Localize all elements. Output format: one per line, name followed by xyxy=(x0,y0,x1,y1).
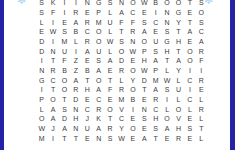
grid-cell-r13c2[interactable]: A xyxy=(59,124,70,134)
grid-cell-r5c0[interactable]: D xyxy=(36,46,47,56)
grid-cell-r5c4[interactable]: A xyxy=(82,46,93,56)
grid-cell-r1c2[interactable]: I xyxy=(59,8,70,18)
grid-cell-r0c5[interactable]: G xyxy=(93,0,104,8)
grid-cell-r14c6[interactable]: S xyxy=(104,133,115,143)
grid-cell-r4c5[interactable]: O xyxy=(93,37,104,47)
grid-cell-r13c6[interactable]: R xyxy=(104,124,115,134)
grid-cell-r10c11[interactable]: I xyxy=(161,95,172,105)
grid-cell-r14c7[interactable]: W xyxy=(116,133,127,143)
grid-cell-r1c0[interactable]: S xyxy=(36,8,47,18)
grid-cell-r12c9[interactable]: S xyxy=(139,114,150,124)
grid-cell-r14c14[interactable]: L xyxy=(196,133,207,143)
grid-cell-r7c14[interactable]: I xyxy=(196,66,207,76)
grid-cell-r11c13[interactable]: L xyxy=(184,104,195,114)
grid-cell-r2c8[interactable]: F xyxy=(127,17,138,27)
grid-cell-r14c12[interactable]: R xyxy=(173,133,184,143)
grid-cell-r6c14[interactable]: F xyxy=(196,56,207,66)
grid-cell-r10c2[interactable]: T xyxy=(59,95,70,105)
grid-cell-r8c14[interactable]: R xyxy=(196,75,207,85)
grid-cell-r10c3[interactable]: D xyxy=(70,95,81,105)
grid-cell-r9c7[interactable]: R xyxy=(116,85,127,95)
grid-cell-r7c9[interactable]: W xyxy=(139,66,150,76)
grid-cell-r11c6[interactable]: O xyxy=(104,104,115,114)
grid-cell-r4c2[interactable]: M xyxy=(59,37,70,47)
grid-cell-r5c11[interactable]: H xyxy=(161,46,172,56)
grid-cell-r0c7[interactable]: N xyxy=(116,0,127,8)
grid-cell-r0c9[interactable]: W xyxy=(139,0,150,8)
grid-cell-r0c10[interactable]: B xyxy=(150,0,161,8)
grid-cell-r13c5[interactable]: A xyxy=(93,124,104,134)
grid-cell-r5c6[interactable]: L xyxy=(104,46,115,56)
grid-cell-r5c2[interactable]: U xyxy=(59,46,70,56)
grid-cell-r6c11[interactable]: T xyxy=(161,56,172,66)
grid-cell-r4c13[interactable]: E xyxy=(184,37,195,47)
grid-cell-r11c3[interactable]: N xyxy=(70,104,81,114)
grid-cell-r2c5[interactable]: M xyxy=(93,17,104,27)
grid-cell-r7c2[interactable]: B xyxy=(59,66,70,76)
grid-cell-r12c4[interactable]: J xyxy=(82,114,93,124)
grid-cell-r0c6[interactable]: S xyxy=(104,0,115,8)
grid-cell-r1c13[interactable]: E xyxy=(184,8,195,18)
grid-cell-r11c14[interactable]: R xyxy=(196,104,207,114)
grid-cell-r11c11[interactable]: L xyxy=(161,104,172,114)
grid-cell-r14c10[interactable]: T xyxy=(150,133,161,143)
grid-cell-r14c3[interactable]: T xyxy=(70,133,81,143)
grid-cell-r14c0[interactable]: M xyxy=(36,133,47,143)
grid-cell-r3c9[interactable]: A xyxy=(139,27,150,37)
grid-cell-r5c7[interactable]: O xyxy=(116,46,127,56)
grid-cell-r5c14[interactable]: R xyxy=(196,46,207,56)
grid-cell-r12c7[interactable]: C xyxy=(116,114,127,124)
grid-cell-r11c10[interactable]: C xyxy=(150,104,161,114)
grid-cell-r1c3[interactable]: R xyxy=(70,8,81,18)
grid-cell-r3c10[interactable]: E xyxy=(150,27,161,37)
grid-cell-r0c3[interactable]: I xyxy=(70,0,81,8)
grid-cell-r14c5[interactable]: N xyxy=(93,133,104,143)
grid-cell-r14c1[interactable]: I xyxy=(47,133,58,143)
grid-cell-r10c14[interactable]: L xyxy=(196,95,207,105)
grid-cell-r2c2[interactable]: E xyxy=(59,17,70,27)
grid-cell-r10c13[interactable]: C xyxy=(184,95,195,105)
grid-cell-r1c1[interactable]: F xyxy=(47,8,58,18)
grid-cell-r9c11[interactable]: S xyxy=(161,85,172,95)
grid-cell-r13c8[interactable]: O xyxy=(127,124,138,134)
grid-cell-r3c2[interactable]: S xyxy=(59,27,70,37)
grid-cell-r6c7[interactable]: D xyxy=(116,56,127,66)
grid-cell-r3c5[interactable]: O xyxy=(93,27,104,37)
grid-cell-r2c7[interactable]: F xyxy=(116,17,127,27)
grid-cell-r10c0[interactable]: P xyxy=(36,95,47,105)
grid-cell-r7c10[interactable]: P xyxy=(150,66,161,76)
grid-cell-r7c8[interactable]: O xyxy=(127,66,138,76)
grid-cell-r2c0[interactable]: L xyxy=(36,17,47,27)
grid-cell-r13c7[interactable]: Y xyxy=(116,124,127,134)
grid-cell-r11c12[interactable]: O xyxy=(173,104,184,114)
grid-cell-r4c10[interactable]: U xyxy=(150,37,161,47)
grid-cell-r14c13[interactable]: E xyxy=(184,133,195,143)
grid-cell-r2c1[interactable]: I xyxy=(47,17,58,27)
grid-cell-r2c9[interactable]: S xyxy=(139,17,150,27)
grid-cell-r8c5[interactable]: O xyxy=(93,75,104,85)
grid-cell-r0c4[interactable]: N xyxy=(82,0,93,8)
grid-cell-r13c9[interactable]: E xyxy=(139,124,150,134)
grid-cell-r4c1[interactable]: I xyxy=(47,37,58,47)
grid-cell-r7c12[interactable]: Y xyxy=(173,66,184,76)
grid-cell-r9c2[interactable]: O xyxy=(59,85,70,95)
grid-cell-r3c0[interactable]: E xyxy=(36,27,47,37)
grid-cell-r12c11[interactable]: O xyxy=(161,114,172,124)
grid-cell-r14c2[interactable]: T xyxy=(59,133,70,143)
grid-cell-r5c10[interactable]: S xyxy=(150,46,161,56)
grid-cell-r0c8[interactable]: O xyxy=(127,0,138,8)
grid-cell-r12c6[interactable]: T xyxy=(104,114,115,124)
grid-cell-r13c12[interactable]: H xyxy=(173,124,184,134)
grid-cell-r3c4[interactable]: C xyxy=(82,27,93,37)
grid-cell-r3c6[interactable]: L xyxy=(104,27,115,37)
grid-cell-r5c8[interactable]: W xyxy=(127,46,138,56)
grid-cell-r4c0[interactable]: D xyxy=(36,37,47,47)
grid-cell-r3c13[interactable]: A xyxy=(184,27,195,37)
grid-cell-r9c14[interactable]: E xyxy=(196,85,207,95)
grid-cell-r9c1[interactable]: T xyxy=(47,85,58,95)
grid-cell-r12c0[interactable]: O xyxy=(36,114,47,124)
grid-cell-r7c1[interactable]: R xyxy=(47,66,58,76)
grid-cell-r10c9[interactable]: E xyxy=(139,95,150,105)
grid-cell-r13c13[interactable]: S xyxy=(184,124,195,134)
grid-cell-r14c9[interactable]: A xyxy=(139,133,150,143)
grid-cell-r9c9[interactable]: T xyxy=(139,85,150,95)
grid-cell-r6c5[interactable]: S xyxy=(93,56,104,66)
grid-cell-r3c7[interactable]: T xyxy=(116,27,127,37)
grid-cell-r12c14[interactable]: L xyxy=(196,114,207,124)
grid-cell-r8c11[interactable]: W xyxy=(161,75,172,85)
grid-cell-r6c3[interactable]: Z xyxy=(70,56,81,66)
grid-cell-r4c4[interactable]: R xyxy=(82,37,93,47)
grid-cell-r12c5[interactable]: K xyxy=(93,114,104,124)
grid-cell-r4c8[interactable]: N xyxy=(127,37,138,47)
grid-cell-r1c10[interactable]: I xyxy=(150,8,161,18)
grid-cell-r0c0[interactable]: S xyxy=(36,0,47,8)
grid-cell-r10c8[interactable]: B xyxy=(127,95,138,105)
grid-cell-r13c0[interactable]: W xyxy=(36,124,47,134)
grid-cell-r14c11[interactable]: E xyxy=(161,133,172,143)
grid-cell-r8c1[interactable]: C xyxy=(47,75,58,85)
grid-cell-r10c12[interactable]: L xyxy=(173,95,184,105)
grid-cell-r1c11[interactable]: N xyxy=(161,8,172,18)
grid-cell-r4c14[interactable]: A xyxy=(196,37,207,47)
grid-cell-r8c10[interactable]: M xyxy=(150,75,161,85)
grid-cell-r9c13[interactable]: I xyxy=(184,85,195,95)
grid-cell-r2c13[interactable]: T xyxy=(184,17,195,27)
grid-cell-r7c11[interactable]: L xyxy=(161,66,172,76)
grid-cell-r12c13[interactable]: E xyxy=(184,114,195,124)
grid-cell-r12c2[interactable]: D xyxy=(59,114,70,124)
grid-cell-r7c5[interactable]: A xyxy=(93,66,104,76)
grid-cell-r9c5[interactable]: A xyxy=(93,85,104,95)
grid-cell-r2c6[interactable]: U xyxy=(104,17,115,27)
grid-cell-r10c10[interactable]: R xyxy=(150,95,161,105)
grid-cell-r8c7[interactable]: L xyxy=(116,75,127,85)
grid-cell-r3c1[interactable]: W xyxy=(47,27,58,37)
grid-cell-r3c12[interactable]: T xyxy=(173,27,184,37)
grid-cell-r9c6[interactable]: F xyxy=(104,85,115,95)
grid-cell-r6c6[interactable]: A xyxy=(104,56,115,66)
grid-cell-r3c8[interactable]: R xyxy=(127,27,138,37)
grid-cell-r8c4[interactable]: T xyxy=(82,75,93,85)
grid-cell-r8c0[interactable]: G xyxy=(36,75,47,85)
left-border xyxy=(0,0,4,150)
grid-cell-r13c11[interactable]: A xyxy=(161,124,172,134)
grid-cell-r12c1[interactable]: A xyxy=(47,114,58,124)
grid-cell-r1c14[interactable]: O xyxy=(196,8,207,18)
grid-cell-r5c13[interactable]: O xyxy=(184,46,195,56)
grid-cell-r0c13[interactable]: T xyxy=(184,0,195,8)
grid-cell-r11c8[interactable]: I xyxy=(127,104,138,114)
grid-cell-r13c10[interactable]: S xyxy=(150,124,161,134)
grid-cell-r9c12[interactable]: U xyxy=(173,85,184,95)
puzzle-frame: ❄ ❄ SKIINGSNOWBOOTSSFIREPLACEINGEOLIEARM… xyxy=(0,0,235,150)
grid-cell-r12c3[interactable]: H xyxy=(70,114,81,124)
grid-cell-r7c7[interactable]: R xyxy=(116,66,127,76)
grid-cell-r1c8[interactable]: C xyxy=(127,8,138,18)
grid-cell-r10c1[interactable]: O xyxy=(47,95,58,105)
grid-cell-r13c3[interactable]: N xyxy=(70,124,81,134)
grid-cell-r8c2[interactable]: O xyxy=(59,75,70,85)
grid-cell-r10c7[interactable]: M xyxy=(116,95,127,105)
grid-cell-r11c5[interactable]: R xyxy=(93,104,104,114)
grid-cell-r9c4[interactable]: H xyxy=(82,85,93,95)
grid-cell-r13c14[interactable]: T xyxy=(196,124,207,134)
grid-cell-r4c3[interactable]: L xyxy=(70,37,81,47)
grid-cell-r1c12[interactable]: G xyxy=(173,8,184,18)
grid-cell-r6c10[interactable]: A xyxy=(150,56,161,66)
snowflake-icon: ❄ xyxy=(17,0,27,6)
grid-cell-r5c3[interactable]: I xyxy=(70,46,81,56)
grid-cell-r8c13[interactable]: C xyxy=(184,75,195,85)
grid-cell-r6c9[interactable]: H xyxy=(139,56,150,66)
grid-cell-r8c12[interactable]: L xyxy=(173,75,184,85)
grid-cell-r6c1[interactable]: T xyxy=(47,56,58,66)
grid-cell-r7c4[interactable]: B xyxy=(82,66,93,76)
grid-cell-r10c6[interactable]: E xyxy=(104,95,115,105)
grid-cell-r4c7[interactable]: S xyxy=(116,37,127,47)
grid-cell-r5c9[interactable]: P xyxy=(139,46,150,56)
grid-cell-r11c7[interactable]: V xyxy=(116,104,127,114)
grid-cell-r6c8[interactable]: E xyxy=(127,56,138,66)
grid-cell-r4c11[interactable]: G xyxy=(161,37,172,47)
grid-cell-r0c12[interactable]: O xyxy=(173,0,184,8)
grid-cell-r11c4[interactable]: C xyxy=(82,104,93,114)
grid-cell-r6c13[interactable]: O xyxy=(184,56,195,66)
grid-cell-r9c10[interactable]: A xyxy=(150,85,161,95)
grid-cell-r7c6[interactable]: E xyxy=(104,66,115,76)
grid-cell-r7c0[interactable]: N xyxy=(36,66,47,76)
grid-cell-r2c14[interactable]: S xyxy=(196,17,207,27)
grid-cell-r12c12[interactable]: V xyxy=(173,114,184,124)
grid-cell-r8c9[interactable]: D xyxy=(139,75,150,85)
grid-cell-r3c3[interactable]: B xyxy=(70,27,81,37)
grid-cell-r11c2[interactable]: S xyxy=(59,104,70,114)
grid-cell-r1c4[interactable]: E xyxy=(82,8,93,18)
grid-cell-r4c9[interactable]: O xyxy=(139,37,150,47)
right-border xyxy=(230,0,235,150)
grid-cell-r7c3[interactable]: Z xyxy=(70,66,81,76)
grid-cell-r2c4[interactable]: R xyxy=(82,17,93,27)
grid-cell-r5c1[interactable]: N xyxy=(47,46,58,56)
grid-cell-r11c1[interactable]: A xyxy=(47,104,58,114)
grid-cell-r7c13[interactable]: I xyxy=(184,66,195,76)
grid-cell-r0c14[interactable]: S xyxy=(196,0,207,8)
grid-cell-r2c12[interactable]: Y xyxy=(173,17,184,27)
word-search-grid[interactable]: SKIINGSNOWBOOTSSFIREPLACEINGEOLIEARMUFFS… xyxy=(36,0,207,143)
grid-cell-r9c8[interactable]: O xyxy=(127,85,138,95)
grid-cell-r2c3[interactable]: A xyxy=(70,17,81,27)
grid-cell-r9c0[interactable]: I xyxy=(36,85,47,95)
grid-cell-r8c3[interactable]: A xyxy=(70,75,81,85)
grid-cell-r3c14[interactable]: C xyxy=(196,27,207,37)
grid-cell-r14c8[interactable]: E xyxy=(127,133,138,143)
grid-cell-r5c5[interactable]: U xyxy=(93,46,104,56)
grid-cell-r13c4[interactable]: U xyxy=(82,124,93,134)
grid-cell-r1c6[interactable]: L xyxy=(104,8,115,18)
grid-cell-r5c12[interactable]: T xyxy=(173,46,184,56)
grid-cell-r4c6[interactable]: W xyxy=(104,37,115,47)
grid-cell-r6c2[interactable]: F xyxy=(59,56,70,66)
grid-cell-r4c12[interactable]: H xyxy=(173,37,184,47)
grid-cell-r1c9[interactable]: E xyxy=(139,8,150,18)
grid-cell-r8c6[interactable]: T xyxy=(104,75,115,85)
grid-cell-r14c4[interactable]: E xyxy=(82,133,93,143)
grid-cell-r0c1[interactable]: K xyxy=(47,0,58,8)
grid-cell-r8c8[interactable]: Y xyxy=(127,75,138,85)
grid-cell-r6c0[interactable]: I xyxy=(36,56,47,66)
grid-cell-r11c0[interactable]: L xyxy=(36,104,47,114)
grid-cell-r12c10[interactable]: H xyxy=(150,114,161,124)
grid-cell-r0c11[interactable]: O xyxy=(161,0,172,8)
grid-cell-r6c12[interactable]: A xyxy=(173,56,184,66)
grid-cell-r1c5[interactable]: P xyxy=(93,8,104,18)
grid-cell-r2c10[interactable]: C xyxy=(150,17,161,27)
grid-cell-r1c7[interactable]: A xyxy=(116,8,127,18)
grid-cell-r13c1[interactable]: J xyxy=(47,124,58,134)
grid-cell-r10c5[interactable]: C xyxy=(93,95,104,105)
grid-cell-r2c11[interactable]: N xyxy=(161,17,172,27)
grid-cell-r12c8[interactable]: E xyxy=(127,114,138,124)
grid-cell-r9c3[interactable]: R xyxy=(70,85,81,95)
grid-cell-r11c9[interactable]: N xyxy=(139,104,150,114)
grid-cell-r10c4[interactable]: E xyxy=(82,95,93,105)
grid-cell-r3c11[interactable]: S xyxy=(161,27,172,37)
grid-cell-r0c2[interactable]: I xyxy=(59,0,70,8)
grid-cell-r6c4[interactable]: E xyxy=(82,56,93,66)
